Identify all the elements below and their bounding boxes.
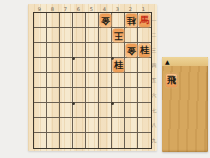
file-label: 7 (60, 6, 71, 12)
board-square[interactable] (112, 118, 125, 133)
file-label: 8 (47, 6, 58, 12)
board-square[interactable] (86, 133, 99, 148)
board-square[interactable] (125, 88, 138, 103)
rank-label: 三 (152, 44, 157, 56)
board-square[interactable] (86, 73, 99, 88)
board-square[interactable] (112, 73, 125, 88)
board-square[interactable] (112, 43, 125, 58)
board-square[interactable] (47, 13, 60, 28)
board-square[interactable] (125, 118, 138, 133)
rank-label: 四 (152, 59, 157, 71)
file-label: 4 (99, 6, 110, 12)
board-square[interactable] (86, 58, 99, 73)
board-square[interactable] (99, 133, 112, 148)
star-point (72, 102, 75, 105)
board-square[interactable] (112, 88, 125, 103)
board-square[interactable] (34, 88, 47, 103)
file-label: 6 (73, 6, 84, 12)
board-square[interactable] (73, 88, 86, 103)
rank-label: 一 (152, 14, 157, 26)
board-square[interactable] (34, 28, 47, 43)
board-square[interactable] (112, 133, 125, 148)
board-square[interactable] (138, 58, 151, 73)
board-square[interactable] (73, 28, 86, 43)
board-square[interactable] (125, 133, 138, 148)
board-square[interactable] (60, 133, 73, 148)
board-square[interactable] (60, 13, 73, 28)
board-square[interactable] (86, 88, 99, 103)
board-square[interactable] (73, 73, 86, 88)
rank-label: 九 (152, 134, 157, 146)
shogi-piece-4a[interactable]: 金 (100, 14, 111, 27)
board-square[interactable] (47, 118, 60, 133)
board-square[interactable] (99, 28, 112, 43)
board-square[interactable] (138, 103, 151, 118)
board-square[interactable] (99, 73, 112, 88)
board-square[interactable] (47, 58, 60, 73)
board-square[interactable] (47, 133, 60, 148)
board-square[interactable] (138, 88, 151, 103)
board-square[interactable] (34, 13, 47, 28)
file-label: 9 (34, 6, 45, 12)
board-square[interactable] (86, 13, 99, 28)
board-square[interactable] (112, 103, 125, 118)
board-square[interactable] (47, 28, 60, 43)
rank-label: 二 (152, 29, 157, 41)
board-square[interactable] (86, 103, 99, 118)
board-square[interactable] (99, 43, 112, 58)
board-square[interactable] (73, 58, 86, 73)
file-label: 2 (125, 6, 136, 12)
file-labels: 987654321 (33, 5, 150, 12)
board-square[interactable] (60, 118, 73, 133)
star-point (111, 102, 114, 105)
board-square[interactable] (34, 103, 47, 118)
board-square[interactable] (47, 43, 60, 58)
board-square[interactable] (73, 43, 86, 58)
rank-label: 六 (152, 89, 157, 101)
board-square[interactable] (47, 73, 60, 88)
shogi-app: 987654321 一二三四五六七八九 金桂馬王金桂桂 ▲ 飛 (0, 0, 210, 158)
sente-marker: ▲ (165, 58, 170, 65)
shogi-piece-3d[interactable]: 桂 (113, 59, 124, 72)
file-label: 1 (138, 6, 149, 12)
board-square[interactable] (60, 73, 73, 88)
shogi-piece-1c[interactable]: 桂 (139, 44, 150, 57)
shogi-piece-3b[interactable]: 王 (113, 29, 124, 42)
board-square[interactable] (73, 118, 86, 133)
board-square[interactable] (125, 28, 138, 43)
board-square[interactable] (125, 73, 138, 88)
board-square[interactable] (34, 43, 47, 58)
board-square[interactable] (86, 43, 99, 58)
board-square[interactable] (86, 28, 99, 43)
board-square[interactable] (60, 28, 73, 43)
hand-pieces: 飛 (166, 74, 177, 89)
board-square[interactable] (138, 28, 151, 43)
board-square[interactable] (138, 133, 151, 148)
board-square[interactable] (138, 118, 151, 133)
file-label: 3 (112, 6, 123, 12)
board-square[interactable] (73, 103, 86, 118)
board-square[interactable] (99, 88, 112, 103)
rank-label: 八 (152, 119, 157, 131)
board-square[interactable] (60, 58, 73, 73)
file-label: 5 (86, 6, 97, 12)
board-square[interactable] (73, 13, 86, 28)
board-square[interactable] (138, 73, 151, 88)
board-square[interactable] (60, 103, 73, 118)
board-square[interactable] (99, 58, 112, 73)
hand-piece-飛[interactable]: 飛 (166, 74, 177, 87)
board-grid: 金桂馬王金桂桂 (33, 12, 152, 149)
rank-label: 七 (152, 104, 157, 116)
board-square[interactable] (34, 133, 47, 148)
board-square[interactable] (125, 103, 138, 118)
board-square[interactable] (86, 118, 99, 133)
board-square[interactable] (60, 43, 73, 58)
board-square[interactable] (47, 103, 60, 118)
board-square[interactable] (34, 73, 47, 88)
board-square[interactable] (112, 13, 125, 28)
star-point (72, 57, 75, 60)
shogi-piece-1a[interactable]: 馬 (139, 14, 150, 27)
board-square[interactable] (34, 118, 47, 133)
shogi-piece-2c[interactable]: 金 (126, 44, 137, 57)
board-square[interactable] (99, 103, 112, 118)
board-square[interactable] (125, 58, 138, 73)
board-square[interactable] (34, 58, 47, 73)
board-square[interactable] (60, 88, 73, 103)
rank-label: 五 (152, 74, 157, 86)
board-square[interactable] (99, 118, 112, 133)
sente-hand-stand: ▲ 飛 (162, 57, 208, 152)
shogi-board: 987654321 一二三四五六七八九 金桂馬王金桂桂 (28, 4, 157, 151)
board-square[interactable] (47, 88, 60, 103)
shogi-piece-2a[interactable]: 桂 (126, 14, 137, 27)
board-square[interactable] (73, 133, 86, 148)
